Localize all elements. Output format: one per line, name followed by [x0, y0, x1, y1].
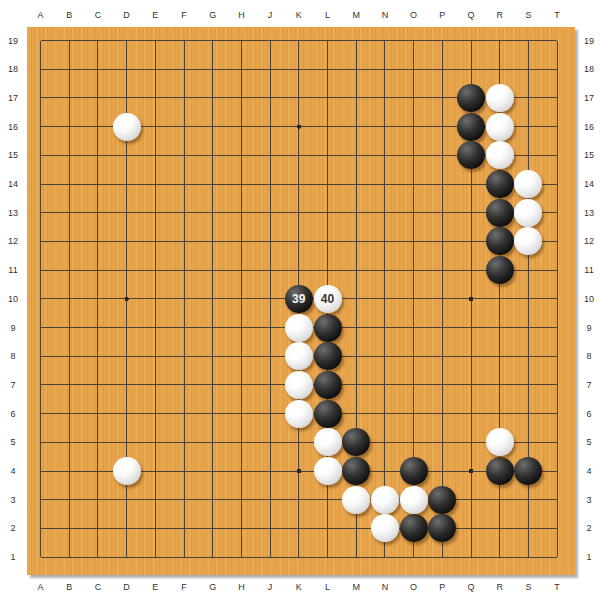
col-label-top-A: A	[37, 11, 43, 20]
col-label-top-R: R	[496, 11, 503, 20]
star-point-Q4	[469, 469, 474, 474]
stone-white-D4	[113, 457, 141, 485]
stone-white-D16	[113, 113, 141, 141]
stone-black-R14	[486, 170, 514, 198]
row-label-left-11: 11	[8, 266, 17, 275]
row-label-left-6: 6	[10, 409, 15, 418]
row-label-left-18: 18	[8, 65, 18, 74]
row-label-right-19: 19	[584, 36, 594, 45]
col-label-top-F: F	[181, 11, 187, 20]
col-label-top-O: O	[410, 11, 417, 20]
col-label-bottom-Q: Q	[467, 583, 474, 592]
col-label-bottom-O: O	[410, 583, 417, 592]
row-label-left-7: 7	[10, 380, 15, 389]
col-label-bottom-C: C	[95, 583, 102, 592]
row-label-right-1: 1	[586, 553, 591, 562]
col-label-bottom-E: E	[152, 583, 158, 592]
row-label-right-18: 18	[584, 65, 594, 74]
stone-black-L7	[314, 371, 342, 399]
row-label-left-13: 13	[8, 208, 18, 217]
stone-white-L5	[314, 428, 342, 456]
stone-black-P3	[428, 486, 456, 514]
star-point-K16	[297, 124, 302, 129]
row-label-left-15: 15	[8, 151, 18, 160]
row-label-left-9: 9	[10, 323, 15, 332]
stone-white-N3	[371, 486, 399, 514]
stone-black-M4	[342, 457, 370, 485]
row-label-right-15: 15	[584, 151, 594, 160]
stone-white-L4	[314, 457, 342, 485]
stone-white-R15	[486, 141, 514, 169]
row-label-right-16: 16	[584, 122, 594, 131]
col-label-top-P: P	[439, 11, 445, 20]
stone-white-K8	[285, 342, 313, 370]
col-label-bottom-R: R	[496, 583, 503, 592]
col-label-bottom-A: A	[37, 583, 43, 592]
row-label-right-7: 7	[586, 380, 591, 389]
row-label-right-11: 11	[584, 266, 593, 275]
col-label-bottom-N: N	[382, 583, 389, 592]
stone-black-L6	[314, 400, 342, 428]
col-label-bottom-G: G	[209, 583, 216, 592]
row-label-right-5: 5	[586, 438, 591, 447]
stone-black-R11	[486, 256, 514, 284]
row-label-right-3: 3	[586, 495, 591, 504]
col-label-bottom-S: S	[525, 583, 531, 592]
col-label-top-E: E	[152, 11, 158, 20]
col-label-bottom-F: F	[181, 583, 187, 592]
col-label-top-T: T	[554, 11, 560, 20]
row-label-left-4: 4	[10, 467, 15, 476]
col-label-top-S: S	[525, 11, 531, 20]
stone-white-K6	[285, 400, 313, 428]
move-number-label-39: 39	[285, 285, 313, 313]
col-label-bottom-D: D	[123, 583, 130, 592]
col-label-bottom-B: B	[66, 583, 72, 592]
row-label-left-14: 14	[8, 180, 18, 189]
col-label-bottom-J: J	[268, 583, 273, 592]
stone-black-O4	[400, 457, 428, 485]
stone-white-L10: 40	[314, 285, 342, 313]
row-label-left-2: 2	[10, 524, 15, 533]
row-label-right-10: 10	[584, 294, 594, 303]
col-label-top-L: L	[325, 11, 330, 20]
stone-white-K9	[285, 314, 313, 342]
row-label-left-17: 17	[8, 93, 18, 102]
col-label-bottom-K: K	[296, 583, 302, 592]
col-label-bottom-M: M	[352, 583, 360, 592]
row-label-left-12: 12	[8, 237, 18, 246]
star-point-K4	[297, 469, 302, 474]
move-number-label-40: 40	[314, 285, 342, 313]
star-point-D10	[124, 297, 129, 302]
col-label-top-C: C	[95, 11, 102, 20]
stone-black-L8	[314, 342, 342, 370]
col-label-bottom-L: L	[325, 583, 330, 592]
stone-white-R16	[486, 113, 514, 141]
stone-black-Q17	[457, 84, 485, 112]
go-board-screenshot: AABBCCDDEEFFGGHHJJKKLLMMNNOOPPQQRRSSTT19…	[0, 0, 600, 600]
col-label-top-D: D	[123, 11, 130, 20]
row-label-right-6: 6	[586, 409, 591, 418]
col-label-top-H: H	[238, 11, 245, 20]
row-label-right-13: 13	[584, 208, 594, 217]
stone-white-M3	[342, 486, 370, 514]
stone-black-K10: 39	[285, 285, 313, 313]
row-label-right-8: 8	[586, 352, 591, 361]
stone-black-R12	[486, 227, 514, 255]
row-label-right-9: 9	[586, 323, 591, 332]
col-label-bottom-H: H	[238, 583, 245, 592]
stone-white-K7	[285, 371, 313, 399]
row-label-left-19: 19	[8, 36, 18, 45]
row-label-right-14: 14	[584, 180, 594, 189]
row-label-right-12: 12	[584, 237, 594, 246]
col-label-top-Q: Q	[467, 11, 474, 20]
stone-white-R17	[486, 84, 514, 112]
col-label-bottom-P: P	[439, 583, 445, 592]
col-label-bottom-T: T	[554, 583, 560, 592]
col-label-top-B: B	[66, 11, 72, 20]
row-label-left-1: 1	[10, 553, 15, 562]
row-label-right-4: 4	[586, 467, 591, 476]
row-label-left-3: 3	[10, 495, 15, 504]
stone-white-R5	[486, 428, 514, 456]
col-label-top-G: G	[209, 11, 216, 20]
star-point-Q10	[469, 297, 474, 302]
row-label-left-16: 16	[8, 122, 18, 131]
col-label-top-K: K	[296, 11, 302, 20]
row-label-left-10: 10	[8, 294, 18, 303]
row-label-right-17: 17	[584, 93, 594, 102]
row-label-left-5: 5	[10, 438, 15, 447]
stone-black-R13	[486, 199, 514, 227]
stone-white-O3	[400, 486, 428, 514]
stone-black-Q16	[457, 113, 485, 141]
stone-white-S13	[514, 199, 542, 227]
row-label-left-8: 8	[10, 352, 15, 361]
stone-black-R4	[486, 457, 514, 485]
col-label-top-J: J	[268, 11, 273, 20]
col-label-top-N: N	[382, 11, 389, 20]
stone-black-L9	[314, 314, 342, 342]
col-label-top-M: M	[352, 11, 360, 20]
row-label-right-2: 2	[586, 524, 591, 533]
stone-black-O2	[400, 514, 428, 542]
